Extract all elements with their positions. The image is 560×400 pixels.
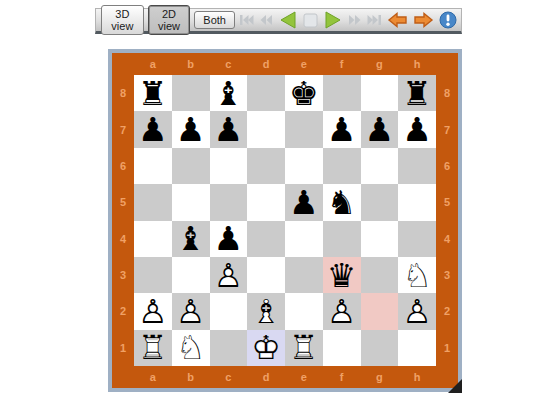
square-a7[interactable]: ♟︎ [134, 111, 172, 147]
rewind-icon[interactable] [259, 12, 273, 28]
piece-wK-fill: ♚ [247, 330, 285, 366]
piece-wP-fill: ♟︎ [134, 293, 172, 329]
rank-label-4: 4 [112, 221, 134, 257]
file-label-a: a [134, 53, 172, 75]
go-to-start-icon[interactable] [239, 12, 254, 28]
square-h6[interactable] [398, 148, 436, 184]
square-d4[interactable] [247, 221, 285, 257]
square-g4[interactable] [361, 221, 399, 257]
square-b3[interactable] [172, 257, 210, 293]
piece-bP: ♟︎ [210, 221, 248, 257]
rank-label-4: 4 [436, 221, 458, 257]
piece-wR-fill: ♜ [285, 330, 323, 366]
piece-wP-fill: ♟︎ [398, 293, 436, 329]
square-c7[interactable]: ♟︎ [210, 111, 248, 147]
square-b8[interactable] [172, 75, 210, 111]
file-label-a: a [134, 366, 172, 388]
square-e5[interactable]: ♟︎ [285, 184, 323, 220]
file-label-h: h [398, 53, 436, 75]
square-h3[interactable]: ♞♘ [398, 257, 436, 293]
square-f6[interactable] [323, 148, 361, 184]
piece-wB-fill: ♝ [247, 293, 285, 329]
piece-wP-fill: ♟︎ [323, 293, 361, 329]
square-b2[interactable]: ♟︎♙ [172, 293, 210, 329]
rank-label-8: 8 [436, 75, 458, 111]
file-label-b: b [172, 53, 210, 75]
rank-label-6: 6 [436, 148, 458, 184]
piece-bK: ♚ [285, 75, 323, 111]
square-b4[interactable]: ♝ [172, 221, 210, 257]
file-label-d: d [247, 53, 285, 75]
square-g5[interactable] [361, 184, 399, 220]
piece-wN-fill: ♞ [398, 257, 436, 293]
square-d5[interactable] [247, 184, 285, 220]
file-labels-bottom: abcdefgh [134, 366, 436, 388]
file-label-h: h [398, 366, 436, 388]
piece-bB: ♝ [172, 221, 210, 257]
piece-wP-fill: ♟︎ [210, 257, 248, 293]
rank-labels-right: 87654321 [436, 75, 458, 366]
fast-forward-icon[interactable] [348, 12, 362, 28]
rank-label-8: 8 [112, 75, 134, 111]
square-g1[interactable] [361, 330, 399, 366]
square-a6[interactable] [134, 148, 172, 184]
play-backward-icon[interactable] [278, 10, 298, 30]
piece-wP: ♙ [172, 293, 210, 329]
square-c1[interactable] [210, 330, 248, 366]
rank-label-7: 7 [112, 111, 134, 147]
square-a4[interactable] [134, 221, 172, 257]
square-e6[interactable] [285, 148, 323, 184]
chess-board: abcdefgh abcdefgh 87654321 87654321 ♜♝♚♜… [108, 49, 462, 392]
file-label-e: e [285, 366, 323, 388]
playback-controls [239, 10, 457, 30]
rank-label-3: 3 [112, 257, 134, 293]
previous-arrow-icon[interactable] [387, 11, 408, 29]
piece-wR-fill: ♜ [134, 330, 172, 366]
square-f8[interactable] [323, 75, 361, 111]
piece-wP: ♙ [210, 257, 248, 293]
stop-icon[interactable] [303, 13, 318, 28]
square-d3[interactable] [247, 257, 285, 293]
piece-wP: ♙ [398, 293, 436, 329]
piece-bP: ♟︎ [398, 111, 436, 147]
piece-wN: ♘ [172, 330, 210, 366]
square-g8[interactable] [361, 75, 399, 111]
square-g3[interactable] [361, 257, 399, 293]
file-label-g: g [361, 366, 399, 388]
square-g7[interactable]: ♟︎ [361, 111, 399, 147]
rank-label-5: 5 [436, 184, 458, 220]
square-b5[interactable] [172, 184, 210, 220]
square-e3[interactable] [285, 257, 323, 293]
file-label-b: b [172, 366, 210, 388]
play-forward-icon[interactable] [323, 10, 343, 30]
rank-label-2: 2 [112, 293, 134, 329]
alert-icon[interactable] [439, 11, 457, 29]
piece-bQ: ♛ [323, 257, 361, 293]
piece-bP: ♟︎ [172, 111, 210, 147]
rank-label-1: 1 [436, 330, 458, 366]
square-g2[interactable] [361, 293, 399, 329]
piece-wR: ♖ [134, 330, 172, 366]
file-label-f: f [323, 366, 361, 388]
view-button-2d[interactable]: 2D view [148, 5, 191, 35]
square-e7[interactable] [285, 111, 323, 147]
piece-bP: ♟︎ [210, 111, 248, 147]
view-button-3d[interactable]: 3D view [101, 5, 144, 35]
square-c8[interactable]: ♝ [210, 75, 248, 111]
square-h2[interactable]: ♟︎♙ [398, 293, 436, 329]
square-b1[interactable]: ♞♘ [172, 330, 210, 366]
square-h8[interactable]: ♜ [398, 75, 436, 111]
square-a8[interactable]: ♜ [134, 75, 172, 111]
square-h4[interactable] [398, 221, 436, 257]
go-to-end-icon[interactable] [367, 12, 382, 28]
square-h7[interactable]: ♟︎ [398, 111, 436, 147]
file-label-f: f [323, 53, 361, 75]
square-c5[interactable] [210, 184, 248, 220]
next-arrow-icon[interactable] [413, 11, 434, 29]
square-f4[interactable] [323, 221, 361, 257]
rank-label-5: 5 [112, 184, 134, 220]
rank-label-7: 7 [436, 111, 458, 147]
resize-handle-icon[interactable] [448, 379, 462, 393]
piece-bP: ♟︎ [361, 111, 399, 147]
toolbar: 3D view 2D view Both [95, 8, 462, 34]
square-d7[interactable] [247, 111, 285, 147]
piece-wP: ♙ [323, 293, 361, 329]
piece-wK: ♔ [247, 330, 285, 366]
square-a5[interactable] [134, 184, 172, 220]
square-b7[interactable]: ♟︎ [172, 111, 210, 147]
piece-bP: ♟︎ [134, 111, 172, 147]
square-d6[interactable] [247, 148, 285, 184]
square-f2[interactable]: ♟︎♙ [323, 293, 361, 329]
rank-label-6: 6 [112, 148, 134, 184]
square-c3[interactable]: ♟︎♙ [210, 257, 248, 293]
square-f5[interactable]: ♞ [323, 184, 361, 220]
square-f7[interactable]: ♟︎ [323, 111, 361, 147]
square-e1[interactable]: ♜♖ [285, 330, 323, 366]
piece-bR: ♜ [398, 75, 436, 111]
piece-wB: ♗ [247, 293, 285, 329]
piece-bR: ♜ [134, 75, 172, 111]
square-a2[interactable]: ♟︎♙ [134, 293, 172, 329]
file-labels-top: abcdefgh [134, 53, 436, 75]
file-label-c: c [210, 53, 248, 75]
square-c4[interactable]: ♟︎ [210, 221, 248, 257]
piece-bP: ♟︎ [285, 184, 323, 220]
piece-wN-fill: ♞ [172, 330, 210, 366]
rank-labels-left: 87654321 [112, 75, 134, 366]
piece-wR: ♖ [285, 330, 323, 366]
app-canvas: 3D view 2D view Both [0, 0, 560, 400]
piece-wP: ♙ [134, 293, 172, 329]
file-label-g: g [361, 53, 399, 75]
square-a1[interactable]: ♜♖ [134, 330, 172, 366]
piece-bB: ♝ [210, 75, 248, 111]
rank-label-3: 3 [436, 257, 458, 293]
rank-label-2: 2 [436, 293, 458, 329]
square-c2[interactable] [210, 293, 248, 329]
file-label-d: d [247, 366, 285, 388]
square-e2[interactable] [285, 293, 323, 329]
square-e4[interactable] [285, 221, 323, 257]
piece-bN: ♞ [323, 184, 361, 220]
square-d1[interactable]: ♚♔ [247, 330, 285, 366]
piece-wN: ♘ [398, 257, 436, 293]
square-c6[interactable] [210, 148, 248, 184]
square-f3[interactable]: ♛ [323, 257, 361, 293]
square-g6[interactable] [361, 148, 399, 184]
square-f1[interactable] [323, 330, 361, 366]
view-button-both[interactable]: Both [194, 11, 235, 29]
square-h5[interactable] [398, 184, 436, 220]
square-a3[interactable] [134, 257, 172, 293]
piece-wP-fill: ♟︎ [172, 293, 210, 329]
square-d8[interactable] [247, 75, 285, 111]
piece-bP: ♟︎ [323, 111, 361, 147]
square-b6[interactable] [172, 148, 210, 184]
square-h1[interactable] [398, 330, 436, 366]
square-e8[interactable]: ♚ [285, 75, 323, 111]
rank-label-1: 1 [112, 330, 134, 366]
file-label-c: c [210, 366, 248, 388]
file-label-e: e [285, 53, 323, 75]
square-d2[interactable]: ♝♗ [247, 293, 285, 329]
board-grid: ♜♝♚♜♟︎♟︎♟︎♟︎♟︎♟︎♟︎♞♝♟︎♟︎♙♛♞♘♟︎♙♟︎♙♝♗♟︎♙♟… [134, 75, 436, 366]
